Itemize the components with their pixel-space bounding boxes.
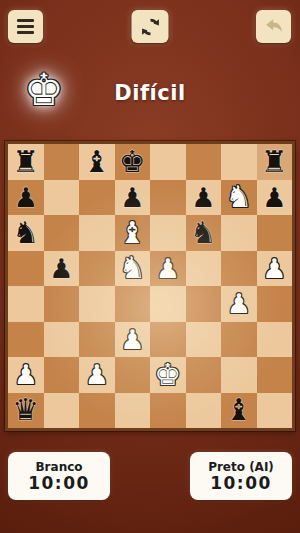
- white-clock-time: 10:00: [28, 474, 90, 493]
- square-a7[interactable]: ♟: [8, 180, 44, 216]
- square-b2[interactable]: [44, 357, 80, 393]
- square-c2[interactable]: ♟: [79, 357, 115, 393]
- square-g5[interactable]: [221, 251, 257, 287]
- square-g7[interactable]: ♞: [221, 180, 257, 216]
- piece-white-pawn-a2[interactable]: ♟: [14, 361, 38, 388]
- undo-button[interactable]: [256, 10, 291, 43]
- white-clock: Branco 10:00: [8, 452, 110, 500]
- undo-icon: [263, 16, 285, 38]
- piece-black-pawn-d7[interactable]: ♟: [120, 184, 144, 211]
- square-d3[interactable]: ♟: [115, 322, 151, 358]
- square-h4[interactable]: [257, 286, 293, 322]
- piece-black-king-d8[interactable]: ♚: [119, 147, 146, 177]
- board-grid: ♜♝♚♜♟♟♟♞♟♞♝♞♟♞♟♟♟♟♟♟♚♛♝: [8, 144, 292, 428]
- restart-icon: [139, 16, 161, 38]
- square-g4[interactable]: ♟: [221, 286, 257, 322]
- piece-white-pawn-d3[interactable]: ♟: [120, 326, 144, 353]
- square-c7[interactable]: [79, 180, 115, 216]
- piece-black-knight-a6[interactable]: ♞: [12, 218, 39, 248]
- square-b6[interactable]: [44, 215, 80, 251]
- app-screen: ♚ Difícil ♜♝♚♜♟♟♟♞♟♞♝♞♟♞♟♟♟♟♟♟♚♛♝ Branco…: [0, 0, 300, 533]
- square-c3[interactable]: [79, 322, 115, 358]
- piece-white-pawn-h5[interactable]: ♟: [262, 255, 286, 282]
- square-a2[interactable]: ♟: [8, 357, 44, 393]
- square-e8[interactable]: [150, 144, 186, 180]
- square-h8[interactable]: ♜: [257, 144, 293, 180]
- piece-black-pawn-h7[interactable]: ♟: [262, 184, 286, 211]
- square-c6[interactable]: [79, 215, 115, 251]
- square-e4[interactable]: [150, 286, 186, 322]
- square-d6[interactable]: ♝: [115, 215, 151, 251]
- black-clock-time: 10:00: [210, 474, 272, 493]
- square-c8[interactable]: ♝: [79, 144, 115, 180]
- piece-black-knight-f6[interactable]: ♞: [190, 218, 217, 248]
- square-d4[interactable]: [115, 286, 151, 322]
- square-e5[interactable]: ♟: [150, 251, 186, 287]
- square-h5[interactable]: ♟: [257, 251, 293, 287]
- square-g1[interactable]: ♝: [221, 393, 257, 429]
- menu-button[interactable]: [8, 10, 43, 43]
- white-clock-label: Branco: [35, 460, 82, 474]
- square-h7[interactable]: ♟: [257, 180, 293, 216]
- square-g8[interactable]: [221, 144, 257, 180]
- square-d8[interactable]: ♚: [115, 144, 151, 180]
- square-d5[interactable]: ♞: [115, 251, 151, 287]
- page-title: Difícil: [0, 81, 300, 105]
- square-f1[interactable]: [186, 393, 222, 429]
- piece-black-pawn-a7[interactable]: ♟: [14, 184, 38, 211]
- square-f8[interactable]: [186, 144, 222, 180]
- piece-black-rook-h8[interactable]: ♜: [261, 147, 288, 177]
- square-a4[interactable]: [8, 286, 44, 322]
- square-b1[interactable]: [44, 393, 80, 429]
- piece-white-pawn-c2[interactable]: ♟: [85, 361, 109, 388]
- piece-black-rook-a8[interactable]: ♜: [12, 147, 39, 177]
- square-d2[interactable]: [115, 357, 151, 393]
- chess-board[interactable]: ♜♝♚♜♟♟♟♞♟♞♝♞♟♞♟♟♟♟♟♟♚♛♝: [5, 141, 295, 431]
- square-f5[interactable]: [186, 251, 222, 287]
- square-e3[interactable]: [150, 322, 186, 358]
- piece-white-pawn-e5[interactable]: ♟: [156, 255, 180, 282]
- square-g2[interactable]: [221, 357, 257, 393]
- square-e2[interactable]: ♚: [150, 357, 186, 393]
- piece-black-pawn-f7[interactable]: ♟: [191, 184, 215, 211]
- square-a6[interactable]: ♞: [8, 215, 44, 251]
- piece-black-bishop-c8[interactable]: ♝: [83, 147, 110, 177]
- square-h3[interactable]: [257, 322, 293, 358]
- square-f6[interactable]: ♞: [186, 215, 222, 251]
- square-a8[interactable]: ♜: [8, 144, 44, 180]
- piece-white-knight-d5[interactable]: ♞: [119, 253, 146, 283]
- square-b3[interactable]: [44, 322, 80, 358]
- piece-white-bishop-d6[interactable]: ♝: [119, 218, 146, 248]
- piece-black-queen-a1[interactable]: ♛: [12, 395, 39, 425]
- piece-white-pawn-g4[interactable]: ♟: [227, 290, 251, 317]
- square-b8[interactable]: [44, 144, 80, 180]
- square-g6[interactable]: [221, 215, 257, 251]
- square-f7[interactable]: ♟: [186, 180, 222, 216]
- square-a5[interactable]: [8, 251, 44, 287]
- piece-white-king-e2[interactable]: ♚: [154, 360, 181, 390]
- square-b7[interactable]: [44, 180, 80, 216]
- piece-white-knight-g7[interactable]: ♞: [225, 182, 252, 212]
- square-h2[interactable]: [257, 357, 293, 393]
- square-b4[interactable]: [44, 286, 80, 322]
- square-d1[interactable]: [115, 393, 151, 429]
- square-e6[interactable]: [150, 215, 186, 251]
- square-e1[interactable]: [150, 393, 186, 429]
- hamburger-icon: [17, 19, 34, 34]
- black-clock: Preto (AI) 10:00: [190, 452, 292, 500]
- square-a1[interactable]: ♛: [8, 393, 44, 429]
- square-f3[interactable]: [186, 322, 222, 358]
- square-h1[interactable]: [257, 393, 293, 429]
- piece-black-pawn-b5[interactable]: ♟: [49, 255, 73, 282]
- black-clock-label: Preto (AI): [208, 460, 274, 474]
- restart-button[interactable]: [132, 10, 169, 43]
- square-f2[interactable]: [186, 357, 222, 393]
- square-c5[interactable]: [79, 251, 115, 287]
- square-a3[interactable]: [8, 322, 44, 358]
- square-f4[interactable]: [186, 286, 222, 322]
- square-c1[interactable]: [79, 393, 115, 429]
- square-e7[interactable]: [150, 180, 186, 216]
- square-h6[interactable]: [257, 215, 293, 251]
- square-d7[interactable]: ♟: [115, 180, 151, 216]
- piece-black-bishop-g1[interactable]: ♝: [225, 395, 252, 425]
- square-c4[interactable]: [79, 286, 115, 322]
- square-b5[interactable]: ♟: [44, 251, 80, 287]
- square-g3[interactable]: [221, 322, 257, 358]
